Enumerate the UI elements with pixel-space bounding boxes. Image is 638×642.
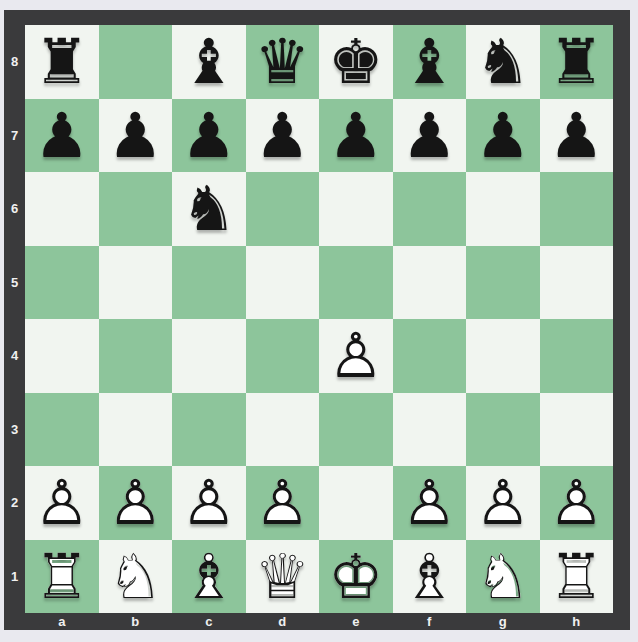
- square-a7[interactable]: ♟: [25, 99, 99, 173]
- square-a3[interactable]: [25, 393, 99, 467]
- black-pawn-icon: ♟: [99, 99, 173, 173]
- piece-white-rook[interactable]: ♜♖: [540, 540, 614, 614]
- rank-label-8: 8: [4, 25, 25, 99]
- piece-black-bishop[interactable]: ♝: [393, 25, 467, 99]
- white-pawn-outline-icon: ♙: [172, 466, 246, 540]
- square-a5[interactable]: [25, 246, 99, 320]
- rank-label-4: 4: [4, 319, 25, 393]
- black-pawn-icon: ♟: [466, 99, 540, 173]
- piece-black-knight[interactable]: ♞: [172, 172, 246, 246]
- piece-black-pawn[interactable]: ♟: [246, 99, 320, 173]
- piece-black-pawn[interactable]: ♟: [25, 99, 99, 173]
- piece-white-pawn[interactable]: ♟♙: [25, 466, 99, 540]
- square-a6[interactable]: [25, 172, 99, 246]
- black-pawn-icon: ♟: [246, 99, 320, 173]
- rank-label-2: 2: [4, 466, 25, 540]
- piece-white-knight[interactable]: ♞♘: [99, 540, 173, 614]
- square-a1[interactable]: ♜♖: [25, 540, 99, 614]
- square-e2[interactable]: [319, 466, 393, 540]
- square-d6[interactable]: [246, 172, 320, 246]
- white-pawn-outline-icon: ♙: [246, 466, 320, 540]
- white-bishop-outline-icon: ♗: [172, 540, 246, 614]
- file-label-c: c: [172, 613, 246, 630]
- piece-black-pawn[interactable]: ♟: [540, 99, 614, 173]
- file-label-b: b: [99, 613, 173, 630]
- square-d4[interactable]: [246, 319, 320, 393]
- white-rook-outline-icon: ♖: [25, 540, 99, 614]
- square-f8[interactable]: ♝: [393, 25, 467, 99]
- file-labels: abcdefgh: [25, 613, 613, 630]
- rank-label-1: 1: [4, 540, 25, 614]
- file-label-d: d: [246, 613, 320, 630]
- black-pawn-icon: ♟: [393, 99, 467, 173]
- square-c5[interactable]: [172, 246, 246, 320]
- white-bishop-outline-icon: ♗: [393, 540, 467, 614]
- square-c6[interactable]: ♞: [172, 172, 246, 246]
- page-background: 87654321 ♜♝♛♚♝♞♜♟♟♟♟♟♟♟♟♞♟♙♟♙♟♙♟♙♟♙♟♙♟♙♟…: [0, 0, 638, 642]
- square-c2[interactable]: ♟♙: [172, 466, 246, 540]
- square-h1[interactable]: ♜♖: [540, 540, 614, 614]
- square-e1[interactable]: ♚♔: [319, 540, 393, 614]
- square-g3[interactable]: [466, 393, 540, 467]
- rank-label-6: 6: [4, 172, 25, 246]
- square-h5[interactable]: [540, 246, 614, 320]
- square-g8[interactable]: ♞: [466, 25, 540, 99]
- file-label-f: f: [393, 613, 467, 630]
- piece-black-knight[interactable]: ♞: [466, 25, 540, 99]
- square-c3[interactable]: [172, 393, 246, 467]
- square-a4[interactable]: [25, 319, 99, 393]
- square-d2[interactable]: ♟♙: [246, 466, 320, 540]
- board: ♜♝♛♚♝♞♜♟♟♟♟♟♟♟♟♞♟♙♟♙♟♙♟♙♟♙♟♙♟♙♟♙♜♖♞♘♝♗♛♕…: [25, 25, 613, 613]
- square-g1[interactable]: ♞♘: [466, 540, 540, 614]
- square-h4[interactable]: [540, 319, 614, 393]
- square-d7[interactable]: ♟: [246, 99, 320, 173]
- piece-white-pawn[interactable]: ♟♙: [99, 466, 173, 540]
- piece-black-pawn[interactable]: ♟: [319, 99, 393, 173]
- square-h7[interactable]: ♟: [540, 99, 614, 173]
- piece-white-bishop[interactable]: ♝♗: [172, 540, 246, 614]
- square-b5[interactable]: [99, 246, 173, 320]
- white-pawn-outline-icon: ♙: [540, 466, 614, 540]
- square-c4[interactable]: [172, 319, 246, 393]
- black-pawn-icon: ♟: [319, 99, 393, 173]
- square-a8[interactable]: ♜: [25, 25, 99, 99]
- piece-black-king[interactable]: ♚: [319, 25, 393, 99]
- square-h3[interactable]: [540, 393, 614, 467]
- square-c7[interactable]: ♟: [172, 99, 246, 173]
- square-g7[interactable]: ♟: [466, 99, 540, 173]
- white-pawn-outline-icon: ♙: [466, 466, 540, 540]
- piece-black-bishop[interactable]: ♝: [172, 25, 246, 99]
- piece-white-pawn[interactable]: ♟♙: [172, 466, 246, 540]
- square-g4[interactable]: [466, 319, 540, 393]
- rank-labels: 87654321: [4, 25, 25, 613]
- square-d1[interactable]: ♛♕: [246, 540, 320, 614]
- square-g5[interactable]: [466, 246, 540, 320]
- piece-white-king[interactable]: ♚♔: [319, 540, 393, 614]
- square-b4[interactable]: [99, 319, 173, 393]
- piece-white-pawn[interactable]: ♟♙: [319, 319, 393, 393]
- square-d8[interactable]: ♛: [246, 25, 320, 99]
- board-frame: 87654321 ♜♝♛♚♝♞♜♟♟♟♟♟♟♟♟♞♟♙♟♙♟♙♟♙♟♙♟♙♟♙♟…: [4, 10, 630, 630]
- black-pawn-icon: ♟: [25, 99, 99, 173]
- white-knight-outline-icon: ♘: [99, 540, 173, 614]
- piece-white-queen[interactable]: ♛♕: [246, 540, 320, 614]
- black-bishop-icon: ♝: [393, 25, 467, 99]
- file-label-e: e: [319, 613, 393, 630]
- square-e7[interactable]: ♟: [319, 99, 393, 173]
- black-king-icon: ♚: [319, 25, 393, 99]
- black-pawn-icon: ♟: [172, 99, 246, 173]
- piece-white-bishop[interactable]: ♝♗: [393, 540, 467, 614]
- piece-black-pawn[interactable]: ♟: [172, 99, 246, 173]
- piece-black-pawn[interactable]: ♟: [466, 99, 540, 173]
- rank-label-5: 5: [4, 246, 25, 320]
- square-f7[interactable]: ♟: [393, 99, 467, 173]
- square-c8[interactable]: ♝: [172, 25, 246, 99]
- square-b6[interactable]: [99, 172, 173, 246]
- white-pawn-outline-icon: ♙: [99, 466, 173, 540]
- square-b3[interactable]: [99, 393, 173, 467]
- rank-label-7: 7: [4, 99, 25, 173]
- white-pawn-outline-icon: ♙: [319, 319, 393, 393]
- piece-white-pawn[interactable]: ♟♙: [246, 466, 320, 540]
- square-f2[interactable]: ♟♙: [393, 466, 467, 540]
- square-e6[interactable]: [319, 172, 393, 246]
- black-queen-icon: ♛: [246, 25, 320, 99]
- square-f6[interactable]: [393, 172, 467, 246]
- piece-white-pawn[interactable]: ♟♙: [466, 466, 540, 540]
- black-rook-icon: ♜: [540, 25, 614, 99]
- black-knight-icon: ♞: [172, 172, 246, 246]
- white-knight-outline-icon: ♘: [466, 540, 540, 614]
- piece-white-pawn[interactable]: ♟♙: [393, 466, 467, 540]
- piece-black-rook[interactable]: ♜: [25, 25, 99, 99]
- square-b2[interactable]: ♟♙: [99, 466, 173, 540]
- file-label-h: h: [540, 613, 614, 630]
- square-g6[interactable]: [466, 172, 540, 246]
- square-b7[interactable]: ♟: [99, 99, 173, 173]
- black-rook-icon: ♜: [25, 25, 99, 99]
- black-knight-icon: ♞: [466, 25, 540, 99]
- white-rook-outline-icon: ♖: [540, 540, 614, 614]
- black-bishop-icon: ♝: [172, 25, 246, 99]
- white-pawn-outline-icon: ♙: [25, 466, 99, 540]
- square-g2[interactable]: ♟♙: [466, 466, 540, 540]
- square-c1[interactable]: ♝♗: [172, 540, 246, 614]
- piece-black-pawn[interactable]: ♟: [393, 99, 467, 173]
- piece-white-rook[interactable]: ♜♖: [25, 540, 99, 614]
- square-b8[interactable]: [99, 25, 173, 99]
- square-e8[interactable]: ♚: [319, 25, 393, 99]
- square-d5[interactable]: [246, 246, 320, 320]
- black-pawn-icon: ♟: [540, 99, 614, 173]
- square-f4[interactable]: [393, 319, 467, 393]
- square-f5[interactable]: [393, 246, 467, 320]
- white-queen-outline-icon: ♕: [246, 540, 320, 614]
- file-label-a: a: [25, 613, 99, 630]
- square-e5[interactable]: [319, 246, 393, 320]
- piece-white-knight[interactable]: ♞♘: [466, 540, 540, 614]
- rank-label-3: 3: [4, 393, 25, 467]
- piece-black-rook[interactable]: ♜: [540, 25, 614, 99]
- square-a2[interactable]: ♟♙: [25, 466, 99, 540]
- square-e4[interactable]: ♟♙: [319, 319, 393, 393]
- white-king-outline-icon: ♔: [319, 540, 393, 614]
- piece-black-queen[interactable]: ♛: [246, 25, 320, 99]
- square-e3[interactable]: [319, 393, 393, 467]
- white-pawn-outline-icon: ♙: [393, 466, 467, 540]
- square-h6[interactable]: [540, 172, 614, 246]
- piece-white-pawn[interactable]: ♟♙: [540, 466, 614, 540]
- piece-black-pawn[interactable]: ♟: [99, 99, 173, 173]
- square-d3[interactable]: [246, 393, 320, 467]
- square-h2[interactable]: ♟♙: [540, 466, 614, 540]
- square-f1[interactable]: ♝♗: [393, 540, 467, 614]
- square-f3[interactable]: [393, 393, 467, 467]
- square-h8[interactable]: ♜: [540, 25, 614, 99]
- square-b1[interactable]: ♞♘: [99, 540, 173, 614]
- file-label-g: g: [466, 613, 540, 630]
